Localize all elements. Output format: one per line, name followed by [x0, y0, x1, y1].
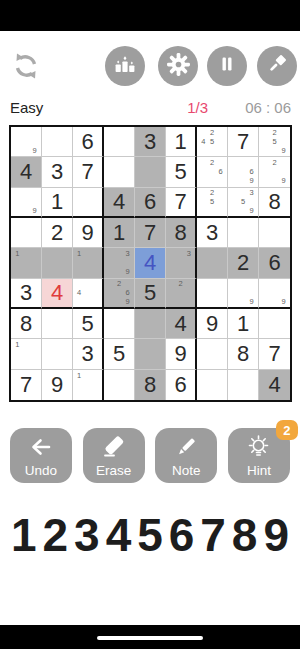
timer: 06 : 06 [245, 99, 291, 116]
cell-r3c3[interactable]: 1 [104, 218, 135, 248]
cell-value: 1 [228, 309, 258, 338]
cell-r1c6[interactable]: 26 [197, 157, 228, 187]
cell-r1c5[interactable]: 5 [166, 157, 197, 187]
cell-r1c3[interactable] [104, 157, 135, 187]
cell-r3c0[interactable] [11, 218, 42, 248]
cell-r5c3[interactable]: 269 [104, 279, 135, 309]
pencil-notes: 1 [11, 339, 41, 368]
cell-r2c0[interactable]: 9 [11, 188, 42, 218]
cell-value: 9 [197, 309, 227, 338]
cell-r8c5[interactable]: 6 [166, 370, 197, 400]
sudoku-grid: 9631245725943752669299146725359829178311… [9, 125, 292, 402]
cell-r6c7[interactable]: 1 [228, 309, 259, 339]
cell-r7c1[interactable] [42, 339, 73, 369]
cell-r6c1[interactable] [42, 309, 73, 339]
cell-value: 6 [73, 127, 102, 156]
cell-value: 6 [166, 370, 195, 400]
cell-value: 4 [259, 370, 290, 400]
cell-value: 3 [11, 279, 41, 307]
cell-value: 9 [42, 370, 72, 400]
erase-button[interactable]: Erase [83, 428, 145, 483]
cell-r2c4[interactable]: 6 [135, 188, 166, 218]
cell-r5c2[interactable]: 4 [73, 279, 104, 309]
cell-r4c8[interactable]: 6 [259, 248, 290, 278]
pencil-notes: 4 [73, 279, 102, 307]
eraser-icon [83, 433, 145, 461]
cell-value: 4 [42, 279, 72, 307]
cell-r1c1[interactable]: 3 [42, 157, 73, 187]
cell-r8c6[interactable] [197, 370, 228, 400]
cell-r7c0[interactable]: 1 [11, 339, 42, 369]
cell-r5c8[interactable]: 9 [259, 279, 290, 309]
pencil-notes: 1 [73, 370, 102, 400]
cell-value: 7 [135, 218, 165, 247]
leaderboard-button[interactable] [105, 46, 145, 86]
cell-r7c3[interactable]: 5 [104, 339, 135, 369]
cell-value: 9 [73, 218, 102, 247]
difficulty-label: Easy [10, 99, 43, 116]
cell-r0c2[interactable]: 6 [73, 127, 104, 157]
cell-r0c1[interactable] [42, 127, 73, 157]
cell-r7c6[interactable] [197, 339, 228, 369]
cell-r6c2[interactable]: 5 [73, 309, 104, 339]
hint-badge: 2 [276, 420, 298, 440]
pencil-notes: 259 [259, 127, 290, 156]
cell-r4c5[interactable]: 3 [166, 248, 197, 278]
pencil-notes: 9 [11, 127, 41, 156]
undo-button[interactable]: Undo [10, 428, 72, 483]
cell-r3c1[interactable]: 2 [42, 218, 73, 248]
note-button[interactable]: Note [155, 428, 217, 483]
cell-r0c6[interactable]: 245 [197, 127, 228, 157]
pause-icon [215, 52, 239, 80]
numpad-1[interactable]: 1 [11, 512, 37, 558]
pause-button[interactable] [207, 46, 247, 86]
cell-r6c8[interactable] [259, 309, 290, 339]
cell-r0c7[interactable]: 7 [228, 127, 259, 157]
cell-r8c2[interactable]: 1 [73, 370, 104, 400]
cell-r4c4[interactable]: 4 [135, 248, 166, 278]
cell-r4c3[interactable]: 39 [104, 248, 135, 278]
cell-value: 2 [228, 248, 258, 277]
note-label: Note [172, 463, 201, 478]
cell-value: 8 [166, 218, 195, 247]
cell-value: 3 [135, 127, 165, 156]
cell-value: 4 [11, 157, 41, 186]
cell-r1c2[interactable]: 7 [73, 157, 104, 187]
pencil-notes: 245 [197, 127, 227, 156]
pencil-notes: 25 [197, 188, 227, 216]
numpad: 123456789 [11, 511, 289, 559]
pencil-notes: 26 [197, 157, 227, 186]
cell-r2c3[interactable]: 4 [104, 188, 135, 218]
cell-value: 9 [166, 339, 195, 368]
cell-r1c4[interactable] [135, 157, 166, 187]
cell-value: 3 [197, 218, 227, 247]
cell-value: 6 [259, 248, 290, 277]
cell-r0c4[interactable]: 3 [135, 127, 166, 157]
pencil-notes: 2 [166, 279, 195, 307]
cell-r4c0[interactable]: 1 [11, 248, 42, 278]
mistakes-counter: 1/3 [187, 99, 208, 116]
settings-gear-icon [166, 52, 191, 81]
cell-value: 2 [42, 218, 72, 247]
cell-r2c2[interactable] [73, 188, 104, 218]
pencil-icon [155, 433, 217, 461]
restart-button[interactable] [12, 52, 40, 80]
pencil-notes: 9 [259, 279, 290, 307]
cell-value: 5 [166, 157, 195, 186]
numpad-7[interactable]: 7 [200, 512, 226, 558]
pencil-notes: 1 [11, 248, 41, 277]
cell-r8c8[interactable]: 4 [259, 370, 290, 400]
pencil-notes: 269 [104, 279, 134, 307]
cell-r8c7[interactable] [228, 370, 259, 400]
cell-r6c0[interactable]: 8 [11, 309, 42, 339]
cell-value: 4 [104, 188, 134, 216]
cell-r5c7[interactable]: 9 [228, 279, 259, 309]
cell-value: 7 [259, 339, 290, 368]
numpad-8[interactable]: 8 [232, 512, 258, 558]
pencil-notes: 29 [259, 157, 290, 186]
pencil-notes: 9 [228, 279, 258, 307]
cell-value: 4 [166, 309, 195, 338]
cell-value: 7 [73, 157, 102, 186]
cell-r5c4[interactable]: 5 [135, 279, 166, 309]
cell-value: 8 [259, 188, 290, 216]
cell-r5c1[interactable]: 4 [42, 279, 73, 309]
cell-value: 6 [135, 188, 165, 216]
cell-r6c3[interactable] [104, 309, 135, 339]
cell-r2c8[interactable]: 8 [259, 188, 290, 218]
numpad-4[interactable]: 4 [106, 512, 132, 558]
cell-r7c7[interactable]: 8 [228, 339, 259, 369]
pencil-notes: 69 [228, 157, 258, 186]
cell-r4c6[interactable] [197, 248, 228, 278]
undo-label: Undo [25, 463, 57, 478]
cell-r0c8[interactable]: 259 [259, 127, 290, 157]
cell-r8c3[interactable] [104, 370, 135, 400]
settings-button[interactable] [158, 46, 198, 86]
pencil-notes: 3 [166, 248, 195, 277]
restart-icon [12, 66, 40, 83]
cell-r7c5[interactable]: 9 [166, 339, 197, 369]
cell-r0c0[interactable]: 9 [11, 127, 42, 157]
hint-button[interactable]: Hint 2 [228, 428, 290, 483]
info-row: Easy 1/3 06 : 06 [0, 98, 300, 118]
cell-r7c2[interactable]: 3 [73, 339, 104, 369]
cell-r5c0[interactable]: 3 [11, 279, 42, 309]
cell-r0c3[interactable] [104, 127, 135, 157]
cell-r2c7[interactable]: 359 [228, 188, 259, 218]
cell-value: 4 [135, 248, 165, 277]
theme-brush-icon [265, 52, 289, 80]
app-screen: Easy 1/3 06 : 06 96312457259437526692991… [0, 0, 300, 649]
hint-label: Hint [247, 463, 271, 478]
cell-r6c6[interactable]: 9 [197, 309, 228, 339]
cell-r2c5[interactable]: 7 [166, 188, 197, 218]
cell-r5c5[interactable]: 2 [166, 279, 197, 309]
pencil-notes: 359 [228, 188, 258, 216]
cell-r5c6[interactable] [197, 279, 228, 309]
action-bar: Undo Erase [10, 428, 290, 483]
cell-r3c2[interactable]: 9 [73, 218, 104, 248]
cell-r3c4[interactable]: 7 [135, 218, 166, 248]
pencil-notes: 39 [104, 248, 134, 277]
cell-r1c8[interactable]: 29 [259, 157, 290, 187]
cell-r2c6[interactable]: 25 [197, 188, 228, 218]
home-indicator[interactable] [97, 636, 203, 640]
cell-value: 8 [135, 370, 165, 400]
bottom-bar [0, 625, 300, 649]
cell-r7c4[interactable] [135, 339, 166, 369]
status-bar [0, 0, 300, 31]
cell-r7c8[interactable]: 7 [259, 339, 290, 369]
cell-r1c0[interactable]: 4 [11, 157, 42, 187]
erase-label: Erase [96, 463, 131, 478]
cell-value: 5 [73, 309, 102, 338]
cell-r8c0[interactable]: 7 [11, 370, 42, 400]
cell-r2c1[interactable]: 1 [42, 188, 73, 218]
cell-r3c5[interactable]: 8 [166, 218, 197, 248]
cell-value: 8 [11, 309, 41, 338]
cell-value: 1 [166, 127, 195, 156]
pencil-notes: 9 [11, 188, 41, 216]
cell-r1c7[interactable]: 69 [228, 157, 259, 187]
cell-value: 3 [42, 157, 72, 186]
pencil-notes: 1 [73, 248, 102, 277]
cell-value: 8 [228, 339, 258, 368]
cell-r4c1[interactable] [42, 248, 73, 278]
cell-r6c5[interactable]: 4 [166, 309, 197, 339]
cell-value: 7 [166, 188, 195, 216]
cell-r3c8[interactable] [259, 218, 290, 248]
undo-arrow-icon [10, 433, 72, 461]
numpad-3[interactable]: 3 [74, 512, 100, 558]
leaderboard-icon [113, 52, 137, 80]
toolbar [0, 45, 300, 87]
numpad-6[interactable]: 6 [169, 512, 195, 558]
cell-value: 7 [11, 370, 41, 400]
cell-r6c4[interactable] [135, 309, 166, 339]
cell-r4c7[interactable]: 2 [228, 248, 259, 278]
cell-r3c6[interactable]: 3 [197, 218, 228, 248]
cell-r4c2[interactable]: 1 [73, 248, 104, 278]
cell-value: 5 [104, 339, 134, 368]
cell-value: 3 [73, 339, 102, 368]
cell-value: 7 [228, 127, 258, 156]
numpad-5[interactable]: 5 [137, 512, 163, 558]
cell-r8c4[interactable]: 8 [135, 370, 166, 400]
cell-value: 1 [104, 218, 134, 247]
numpad-9[interactable]: 9 [263, 512, 289, 558]
theme-button[interactable] [257, 46, 297, 86]
cell-value: 5 [135, 279, 165, 307]
cell-r3c7[interactable] [228, 218, 259, 248]
numpad-2[interactable]: 2 [43, 512, 69, 558]
cell-value: 1 [42, 188, 72, 216]
cell-r0c5[interactable]: 1 [166, 127, 197, 157]
cell-r8c1[interactable]: 9 [42, 370, 73, 400]
